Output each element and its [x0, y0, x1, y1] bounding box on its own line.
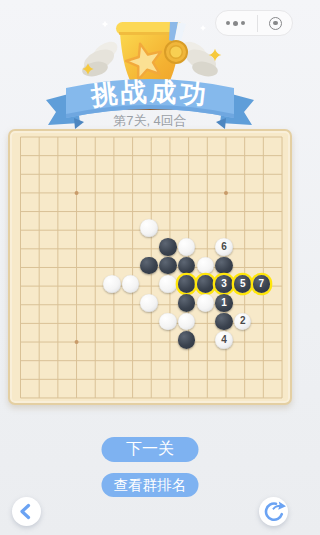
back-button[interactable] [12, 497, 41, 526]
stone-black [197, 275, 215, 293]
miniprogram-capsule [215, 10, 293, 36]
move-6-stone-white: 6 [215, 238, 233, 256]
stone-white [197, 294, 215, 312]
stone-white [159, 313, 177, 331]
stone-white [140, 294, 158, 312]
stone-black [159, 257, 177, 275]
move-3-stone-black: 3 [215, 275, 233, 293]
stone-black [159, 238, 177, 256]
move-4-stone-white: 4 [215, 331, 233, 349]
move-1-stone-black: 1 [215, 294, 233, 312]
stone-white [140, 219, 158, 237]
stone-black [178, 294, 196, 312]
gomoku-board[interactable]: 6357124 [8, 129, 292, 405]
exit-miniprogram-icon[interactable] [269, 17, 282, 30]
stone-white [159, 275, 177, 293]
stone-white [103, 275, 121, 293]
move-7-stone-black: 7 [253, 275, 271, 293]
next-level-button[interactable]: 下一关 [102, 437, 199, 462]
level-round-subtitle: 第7关, 4回合 [0, 112, 300, 130]
more-options-icon[interactable] [226, 21, 245, 26]
stone-black [215, 313, 233, 331]
chevron-left-icon [12, 497, 41, 526]
group-ranking-button[interactable]: 查看群排名 [102, 473, 199, 497]
stone-white [122, 275, 140, 293]
share-button[interactable] [259, 497, 288, 526]
stone-black [215, 257, 233, 275]
stone-black [178, 331, 196, 349]
capsule-divider [257, 15, 258, 32]
stone-white [178, 238, 196, 256]
share-arrow-icon [259, 497, 288, 526]
